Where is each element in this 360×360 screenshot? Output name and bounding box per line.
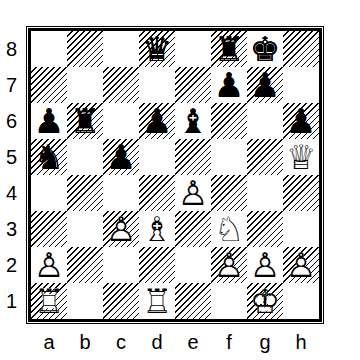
square-a5[interactable]: ♞♞ — [31, 139, 67, 175]
square-e7[interactable] — [175, 67, 211, 103]
rank-label-2: 2 — [0, 247, 23, 283]
piece-glyph: ♘ — [211, 211, 247, 247]
square-c1[interactable] — [103, 283, 139, 319]
square-e5[interactable] — [175, 139, 211, 175]
piece-glyph: ♗ — [139, 211, 175, 247]
square-c3[interactable]: ♟♙ — [103, 211, 139, 247]
square-g2[interactable]: ♟♙ — [247, 247, 283, 283]
piece-glyph: ♟ — [247, 67, 283, 103]
square-a7[interactable] — [31, 67, 67, 103]
black-pawn[interactable]: ♟♟ — [247, 67, 283, 103]
piece-glyph: ♟ — [211, 67, 247, 103]
rank-labels: 87654321 — [0, 31, 23, 319]
square-b5[interactable] — [67, 139, 103, 175]
square-b6[interactable]: ♜♜ — [67, 103, 103, 139]
square-d1[interactable]: ♜♖ — [139, 283, 175, 319]
square-f6[interactable] — [211, 103, 247, 139]
file-label-g: g — [247, 329, 283, 355]
square-a1[interactable]: ♜♖ — [31, 283, 67, 319]
square-d6[interactable]: ♟♟ — [139, 103, 175, 139]
white-pawn[interactable]: ♟♙ — [211, 247, 247, 283]
square-h1[interactable] — [283, 283, 319, 319]
square-d2[interactable] — [139, 247, 175, 283]
file-label-h: h — [283, 329, 319, 355]
square-c8[interactable] — [103, 31, 139, 67]
square-f7[interactable]: ♟♟ — [211, 67, 247, 103]
piece-glyph: ♞ — [31, 139, 67, 175]
square-c6[interactable] — [103, 103, 139, 139]
square-d7[interactable] — [139, 67, 175, 103]
chess-board: ♛♛♜♜♚♚♟♟♟♟♟♟♜♜♟♟♝♝♟♟♞♞♟♟♛♕♟♙♟♙♝♗♞♘♟♙♟♙♟♙… — [31, 31, 319, 319]
white-pawn[interactable]: ♟♙ — [283, 247, 319, 283]
black-pawn[interactable]: ♟♟ — [103, 139, 139, 175]
square-b1[interactable] — [67, 283, 103, 319]
square-g5[interactable] — [247, 139, 283, 175]
rank-label-5: 5 — [0, 139, 23, 175]
white-pawn[interactable]: ♟♙ — [247, 247, 283, 283]
square-d4[interactable] — [139, 175, 175, 211]
piece-glyph: ♟ — [103, 139, 139, 175]
file-label-b: b — [67, 329, 103, 355]
file-label-a: a — [31, 329, 67, 355]
square-b2[interactable] — [67, 247, 103, 283]
file-label-c: c — [103, 329, 139, 355]
square-f4[interactable] — [211, 175, 247, 211]
square-g8[interactable]: ♚♚ — [247, 31, 283, 67]
black-king[interactable]: ♚♚ — [247, 31, 283, 67]
rank-label-6: 6 — [0, 103, 23, 139]
white-rook[interactable]: ♜♖ — [139, 283, 175, 319]
piece-glyph: ♟ — [31, 103, 67, 139]
square-d5[interactable] — [139, 139, 175, 175]
rank-label-4: 4 — [0, 175, 23, 211]
square-a2[interactable]: ♟♙ — [31, 247, 67, 283]
square-g4[interactable] — [247, 175, 283, 211]
white-king[interactable]: ♚♔ — [247, 283, 283, 319]
square-a4[interactable] — [31, 175, 67, 211]
white-knight[interactable]: ♞♘ — [211, 211, 247, 247]
square-c2[interactable] — [103, 247, 139, 283]
file-label-d: d — [139, 329, 175, 355]
piece-glyph: ♙ — [103, 211, 139, 247]
square-h8[interactable] — [283, 31, 319, 67]
white-rook[interactable]: ♜♖ — [31, 283, 67, 319]
piece-glyph: ♕ — [283, 139, 319, 175]
square-a8[interactable] — [31, 31, 67, 67]
square-c5[interactable]: ♟♟ — [103, 139, 139, 175]
rank-label-3: 3 — [0, 211, 23, 247]
square-h7[interactable] — [283, 67, 319, 103]
square-h3[interactable] — [283, 211, 319, 247]
white-pawn[interactable]: ♟♙ — [175, 175, 211, 211]
square-c4[interactable] — [103, 175, 139, 211]
chess-diagram: 87654321 ♛♛♜♜♚♚♟♟♟♟♟♟♜♜♟♟♝♝♟♟♞♞♟♟♛♕♟♙♟♙♝… — [0, 0, 360, 360]
piece-glyph: ♙ — [283, 247, 319, 283]
black-bishop[interactable]: ♝♝ — [175, 103, 211, 139]
black-pawn[interactable]: ♟♟ — [211, 67, 247, 103]
piece-glyph: ♔ — [247, 283, 283, 319]
piece-glyph: ♟ — [139, 103, 175, 139]
black-rook[interactable]: ♜♜ — [211, 31, 247, 67]
piece-glyph: ♙ — [31, 247, 67, 283]
black-pawn[interactable]: ♟♟ — [139, 103, 175, 139]
square-h4[interactable] — [283, 175, 319, 211]
file-label-f: f — [211, 329, 247, 355]
black-queen[interactable]: ♛♛ — [139, 31, 175, 67]
white-bishop[interactable]: ♝♗ — [139, 211, 175, 247]
white-queen[interactable]: ♛♕ — [283, 139, 319, 175]
board-border: ♛♛♜♜♚♚♟♟♟♟♟♟♜♜♟♟♝♝♟♟♞♞♟♟♛♕♟♙♟♙♝♗♞♘♟♙♟♙♟♙… — [28, 28, 322, 322]
square-b7[interactable] — [67, 67, 103, 103]
square-d8[interactable]: ♛♛ — [139, 31, 175, 67]
square-g1[interactable]: ♚♔ — [247, 283, 283, 319]
square-f3[interactable]: ♞♘ — [211, 211, 247, 247]
square-h6[interactable]: ♟♟ — [283, 103, 319, 139]
square-b3[interactable] — [67, 211, 103, 247]
square-d3[interactable]: ♝♗ — [139, 211, 175, 247]
black-pawn[interactable]: ♟♟ — [31, 103, 67, 139]
square-c7[interactable] — [103, 67, 139, 103]
square-b4[interactable] — [67, 175, 103, 211]
piece-glyph: ♙ — [247, 247, 283, 283]
square-b8[interactable] — [67, 31, 103, 67]
square-g6[interactable] — [247, 103, 283, 139]
piece-glyph: ♛ — [139, 31, 175, 67]
piece-glyph: ♙ — [175, 175, 211, 211]
square-e8[interactable] — [175, 31, 211, 67]
square-f2[interactable]: ♟♙ — [211, 247, 247, 283]
white-pawn[interactable]: ♟♙ — [31, 247, 67, 283]
file-label-e: e — [175, 329, 211, 355]
square-e1[interactable] — [175, 283, 211, 319]
piece-glyph: ♖ — [31, 283, 67, 319]
piece-glyph: ♝ — [175, 103, 211, 139]
rank-label-8: 8 — [0, 31, 23, 67]
piece-glyph: ♙ — [211, 247, 247, 283]
white-pawn[interactable]: ♟♙ — [103, 211, 139, 247]
square-f1[interactable] — [211, 283, 247, 319]
square-h2[interactable]: ♟♙ — [283, 247, 319, 283]
square-f8[interactable]: ♜♜ — [211, 31, 247, 67]
square-e4[interactable]: ♟♙ — [175, 175, 211, 211]
square-e6[interactable]: ♝♝ — [175, 103, 211, 139]
square-e2[interactable] — [175, 247, 211, 283]
square-h5[interactable]: ♛♕ — [283, 139, 319, 175]
rank-label-7: 7 — [0, 67, 23, 103]
square-g7[interactable]: ♟♟ — [247, 67, 283, 103]
piece-glyph: ♜ — [67, 103, 103, 139]
board-frame: ♛♛♜♜♚♚♟♟♟♟♟♟♜♜♟♟♝♝♟♟♞♞♟♟♛♕♟♙♟♙♝♗♞♘♟♙♟♙♟♙… — [26, 26, 324, 324]
piece-glyph: ♚ — [247, 31, 283, 67]
black-knight[interactable]: ♞♞ — [31, 139, 67, 175]
rank-label-1: 1 — [0, 283, 23, 319]
black-pawn[interactable]: ♟♟ — [283, 103, 319, 139]
piece-glyph: ♖ — [139, 283, 175, 319]
square-a3[interactable] — [31, 211, 67, 247]
square-e3[interactable] — [175, 211, 211, 247]
square-g3[interactable] — [247, 211, 283, 247]
black-rook[interactable]: ♜♜ — [67, 103, 103, 139]
piece-glyph: ♜ — [211, 31, 247, 67]
file-labels: abcdefgh — [31, 329, 319, 355]
square-a6[interactable]: ♟♟ — [31, 103, 67, 139]
square-f5[interactable] — [211, 139, 247, 175]
piece-glyph: ♟ — [283, 103, 319, 139]
